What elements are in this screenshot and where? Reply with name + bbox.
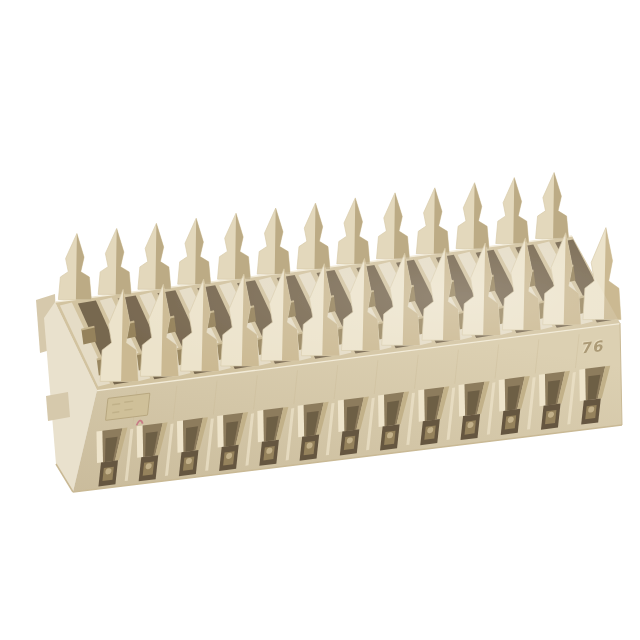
back-tooth-shade (155, 223, 171, 289)
back-tooth-shade (394, 193, 410, 259)
back-tooth-shade (513, 178, 529, 244)
photo-background: 76 76 (0, 0, 640, 640)
back-tooth-shade (275, 208, 291, 274)
connector-body: 76 76 (36, 173, 622, 493)
back-tooth-shade (195, 218, 211, 284)
emboss-76: 76 (581, 337, 606, 358)
connector-photo: 76 76 (0, 0, 640, 640)
back-tooth-shade (76, 234, 92, 300)
back-tooth-shade (553, 173, 569, 239)
back-tooth-shade (315, 203, 331, 269)
side-nub (46, 392, 70, 421)
back-tooth-shade (235, 213, 251, 279)
back-tooth-shade (434, 188, 450, 254)
back-tooth-shade (474, 183, 490, 249)
back-tooth-shade (116, 228, 132, 294)
back-tooth-shade (354, 198, 370, 264)
